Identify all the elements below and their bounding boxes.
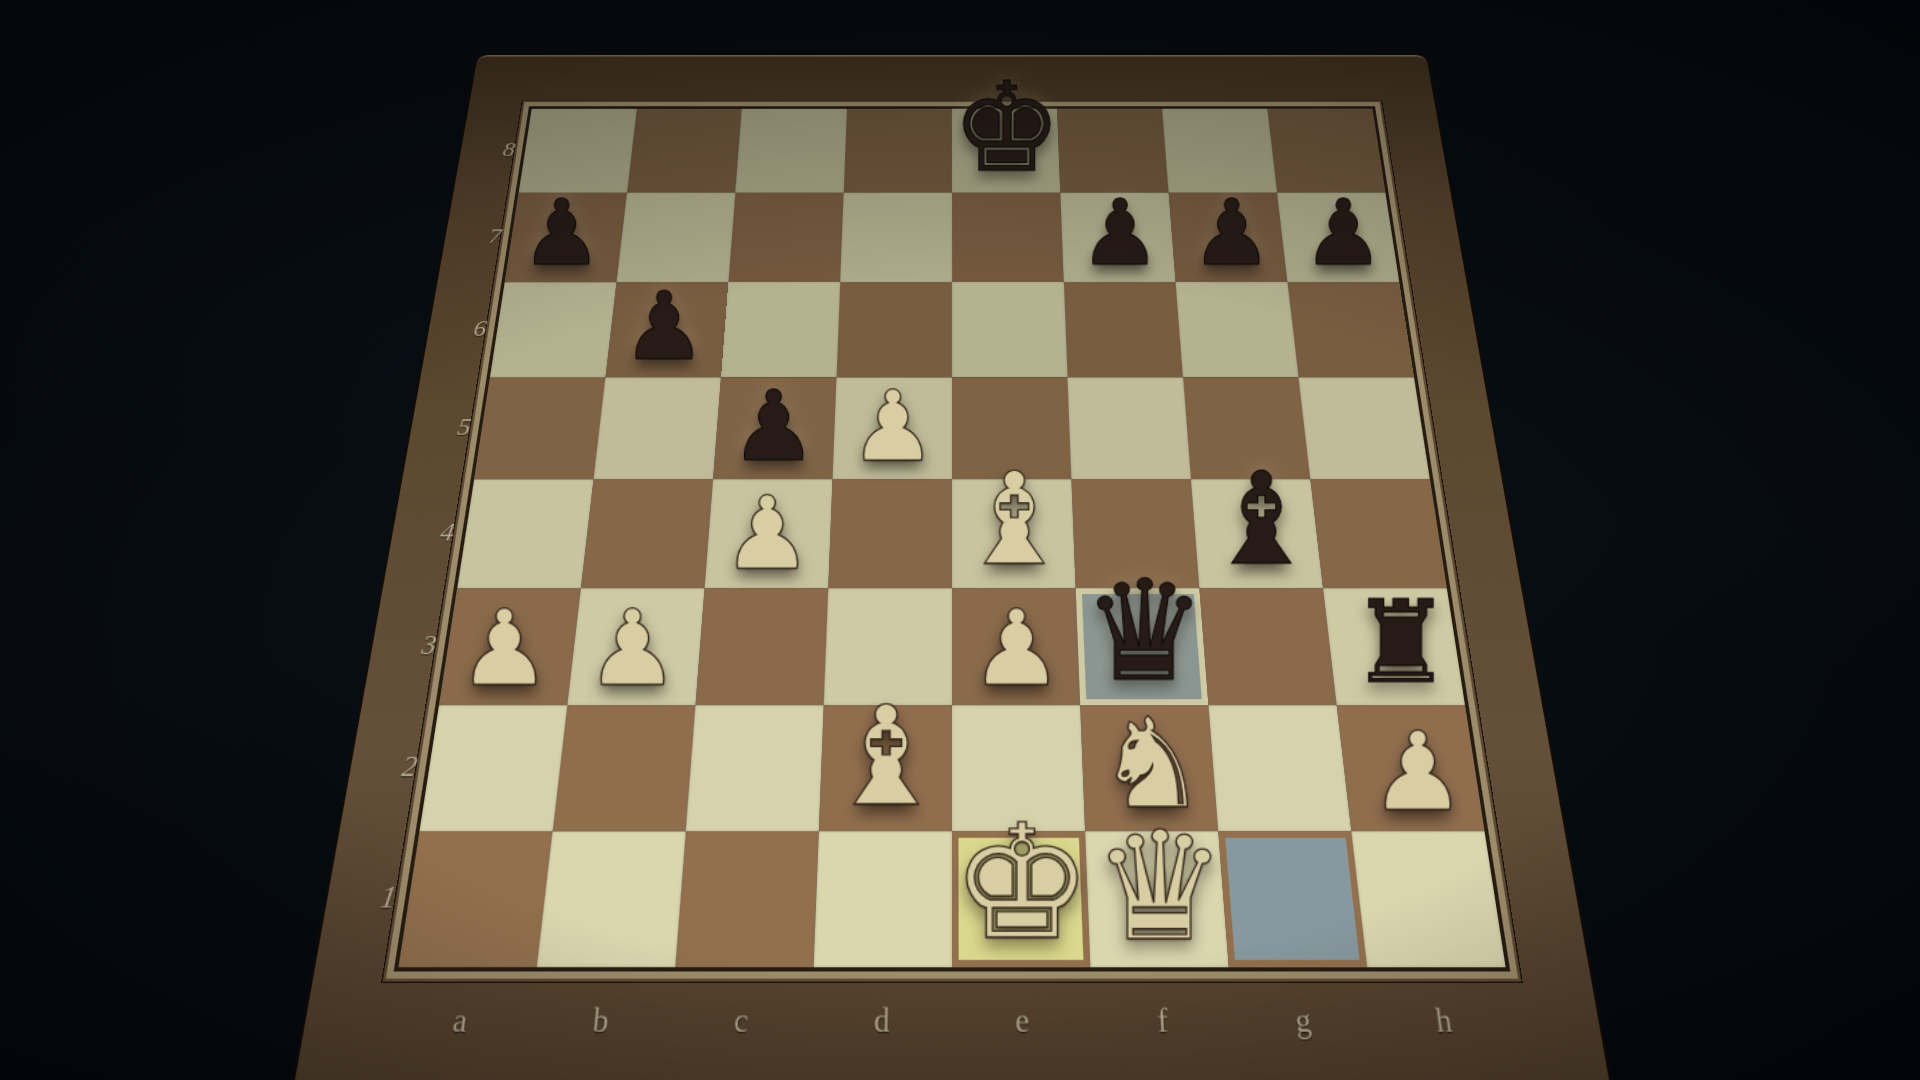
- square-c6[interactable]: [721, 282, 840, 377]
- square-g4[interactable]: ♝: [1191, 479, 1323, 588]
- piece-white-pawn-e3[interactable]: ♟: [969, 596, 1063, 700]
- wooden-board-frame: ♚♟♟♟♟♟♟♟♟♝♝♟♟♟♛♜♝♞♟♚♛ 87654321abcdefgh: [287, 55, 1617, 1080]
- piece-white-pawn-h2[interactable]: ♟: [1369, 717, 1466, 825]
- file-label-f: f: [1092, 1002, 1235, 1041]
- rank-label-8: 8: [461, 139, 517, 161]
- square-b1[interactable]: [537, 831, 686, 967]
- square-d2[interactable]: ♝: [819, 705, 952, 831]
- piece-white-pawn-c4[interactable]: ♟: [722, 483, 812, 584]
- file-label-g: g: [1232, 1002, 1376, 1041]
- piece-black-bishop-g4[interactable]: ♝: [1204, 457, 1318, 584]
- file-label-a: a: [387, 1002, 533, 1041]
- square-c7[interactable]: [728, 193, 843, 282]
- rank-label-6: 6: [429, 316, 488, 341]
- square-e3[interactable]: ♟: [952, 588, 1080, 705]
- square-h3[interactable]: ♜: [1323, 588, 1465, 705]
- square-c2[interactable]: [686, 705, 824, 831]
- square-g2[interactable]: [1208, 705, 1351, 831]
- square-b4[interactable]: [581, 479, 713, 588]
- square-d1[interactable]: [814, 831, 952, 967]
- square-b8[interactable]: [627, 109, 742, 193]
- square-h6[interactable]: [1287, 282, 1414, 377]
- square-a4[interactable]: [457, 479, 593, 588]
- rank-label-7: 7: [446, 225, 503, 249]
- rank-label-2: 2: [350, 750, 419, 783]
- square-f7[interactable]: ♟: [1060, 193, 1175, 282]
- piece-black-pawn-g7[interactable]: ♟: [1190, 187, 1272, 278]
- square-h2[interactable]: ♟: [1337, 705, 1485, 831]
- square-a3[interactable]: ♟: [439, 588, 581, 705]
- square-a7[interactable]: ♟: [505, 193, 627, 282]
- piece-black-pawn-h7[interactable]: ♟: [1302, 187, 1384, 278]
- file-label-b: b: [528, 1002, 672, 1041]
- square-b5[interactable]: [594, 377, 721, 479]
- file-label-c: c: [669, 1002, 812, 1041]
- piece-black-pawn-c5[interactable]: ♟: [729, 378, 816, 475]
- square-f6[interactable]: [1064, 282, 1183, 377]
- piece-black-king-e8[interactable]: ♚: [951, 65, 1062, 189]
- square-b2[interactable]: [553, 705, 696, 831]
- square-b6[interactable]: ♟: [605, 282, 728, 377]
- square-e4[interactable]: ♝: [952, 479, 1076, 588]
- square-g6[interactable]: [1176, 282, 1299, 377]
- square-c5[interactable]: ♟: [713, 377, 836, 479]
- scene: ♚♟♟♟♟♟♟♟♟♝♝♟♟♟♛♜♝♞♟♚♛ 87654321abcdefgh: [0, 0, 1920, 1080]
- rank-label-3: 3: [372, 630, 438, 661]
- piece-white-bishop-d2[interactable]: ♝: [824, 689, 947, 826]
- rank-label-5: 5: [411, 414, 473, 441]
- square-c3[interactable]: [696, 588, 829, 705]
- square-d4[interactable]: [828, 479, 952, 588]
- piece-white-pawn-d5[interactable]: ♟: [849, 378, 936, 475]
- piece-white-bishop-e4[interactable]: ♝: [957, 457, 1071, 584]
- square-a2[interactable]: [420, 705, 568, 831]
- square-h1[interactable]: [1351, 831, 1505, 967]
- square-b7[interactable]: [617, 193, 736, 282]
- square-b3[interactable]: ♟: [567, 588, 704, 705]
- square-e1[interactable]: ♚: [952, 831, 1090, 967]
- square-f3[interactable]: ♛: [1076, 588, 1209, 705]
- piece-white-pawn-a3[interactable]: ♟: [457, 596, 551, 700]
- piece-white-queen-f1[interactable]: ♛: [1092, 811, 1227, 961]
- square-e7[interactable]: [952, 193, 1064, 282]
- chess-app-screen: { "game": "chess", "view": { "style": "3…: [0, 0, 1920, 1080]
- square-c8[interactable]: [735, 109, 847, 193]
- square-c4[interactable]: ♟: [705, 479, 833, 588]
- square-e8[interactable]: ♚: [952, 109, 1060, 193]
- piece-black-pawn-a7[interactable]: ♟: [520, 187, 602, 278]
- square-f1[interactable]: ♛: [1085, 831, 1229, 967]
- square-g3[interactable]: [1199, 588, 1336, 705]
- square-e6[interactable]: [952, 282, 1068, 377]
- square-c1[interactable]: [675, 831, 819, 967]
- square-g1[interactable]: [1218, 831, 1367, 967]
- square-d6[interactable]: [836, 282, 952, 377]
- piece-white-king-e1[interactable]: ♚: [950, 803, 1092, 961]
- rank-label-4: 4: [392, 518, 456, 547]
- square-a5[interactable]: [474, 377, 605, 479]
- piece-black-pawn-f7[interactable]: ♟: [1079, 187, 1161, 278]
- chess-board[interactable]: ♚♟♟♟♟♟♟♟♟♝♝♟♟♟♛♜♝♞♟♚♛: [398, 109, 1505, 967]
- square-d8[interactable]: [844, 109, 952, 193]
- file-label-h: h: [1371, 1002, 1517, 1041]
- square-d7[interactable]: [840, 193, 952, 282]
- square-a6[interactable]: [490, 282, 617, 377]
- square-g7[interactable]: ♟: [1169, 193, 1288, 282]
- square-f5[interactable]: [1068, 377, 1191, 479]
- piece-black-pawn-b6[interactable]: ♟: [621, 279, 705, 373]
- piece-white-pawn-b3[interactable]: ♟: [585, 596, 679, 700]
- piece-black-rook-h3[interactable]: ♜: [1349, 586, 1452, 700]
- rank-label-1: 1: [327, 880, 399, 916]
- file-label-d: d: [811, 1002, 952, 1041]
- piece-black-queen-f3[interactable]: ♛: [1082, 561, 1207, 700]
- square-a1[interactable]: [398, 831, 552, 967]
- square-d5[interactable]: ♟: [833, 377, 952, 479]
- square-h4[interactable]: [1310, 479, 1446, 588]
- square-h7[interactable]: ♟: [1277, 193, 1399, 282]
- file-label-e: e: [952, 1002, 1093, 1041]
